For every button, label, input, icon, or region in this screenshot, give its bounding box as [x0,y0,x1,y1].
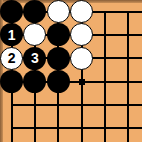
intersection-c1-r2[interactable]: 1 [0,23,23,46]
intersection-c6-r4[interactable] [117,70,140,93]
white-stone[interactable] [70,23,93,46]
move-number-label: 1 [8,28,16,42]
go-board[interactable]: 123 [0,0,142,142]
black-stone[interactable]: 1 [0,23,23,46]
intersection-c1-r4[interactable] [0,70,23,93]
black-stone[interactable] [23,0,46,23]
intersection-c2-r1[interactable] [23,0,46,23]
black-stone[interactable] [47,23,70,46]
intersection-c3-r4[interactable] [47,70,70,93]
black-stone[interactable] [0,70,23,93]
intersection-c3-r5[interactable] [47,93,70,116]
intersection-c6-r6[interactable] [117,117,140,140]
intersection-c4-r3[interactable] [70,47,93,70]
intersection-c2-r5[interactable] [23,93,46,116]
intersection-c1-r3[interactable]: 2 [0,47,23,70]
white-stone[interactable]: 2 [0,47,23,70]
intersection-c6-r1[interactable] [117,0,140,23]
intersection-c4-r4[interactable] [70,70,93,93]
intersection-c2-r4[interactable] [23,70,46,93]
black-stone[interactable]: 3 [23,47,46,70]
intersection-c1-r6[interactable] [0,117,23,140]
white-stone[interactable] [70,47,93,70]
move-number-label: 2 [8,51,16,65]
intersection-grid: 123 [0,0,140,140]
intersection-c1-r1[interactable] [0,0,23,23]
intersection-c5-r3[interactable] [93,47,116,70]
intersection-c2-r2[interactable] [23,23,46,46]
intersection-c4-r2[interactable] [70,23,93,46]
white-stone[interactable] [70,0,93,23]
intersection-c1-r5[interactable] [0,93,23,116]
intersection-c6-r3[interactable] [117,47,140,70]
black-stone[interactable] [0,0,23,23]
intersection-c5-r4[interactable] [93,70,116,93]
white-stone[interactable] [23,23,46,46]
intersection-c5-r1[interactable] [93,0,116,23]
intersection-c6-r5[interactable] [117,93,140,116]
intersection-c6-r2[interactable] [117,23,140,46]
intersection-c4-r1[interactable] [70,0,93,23]
intersection-c3-r3[interactable] [47,47,70,70]
intersection-c4-r5[interactable] [70,93,93,116]
white-stone[interactable] [47,0,70,23]
black-stone[interactable] [23,70,46,93]
intersection-c2-r3[interactable]: 3 [23,47,46,70]
intersection-c2-r6[interactable] [23,117,46,140]
black-stone[interactable] [47,47,70,70]
intersection-c5-r2[interactable] [93,23,116,46]
black-stone[interactable] [47,70,70,93]
intersection-c5-r6[interactable] [93,117,116,140]
move-number-label: 3 [31,51,39,65]
intersection-c3-r2[interactable] [47,23,70,46]
intersection-c4-r6[interactable] [70,117,93,140]
intersection-c5-r5[interactable] [93,93,116,116]
intersection-c3-r6[interactable] [47,117,70,140]
intersection-c3-r1[interactable] [47,0,70,23]
star-point-marker [79,79,85,85]
